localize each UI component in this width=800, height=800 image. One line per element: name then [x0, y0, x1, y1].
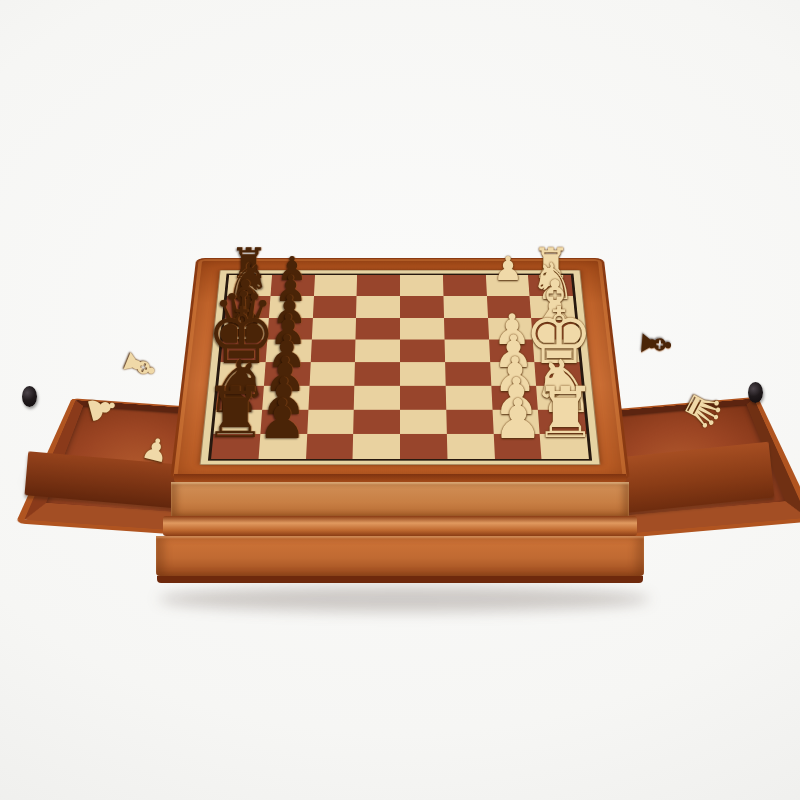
board-square [400, 318, 444, 340]
board-square [354, 386, 400, 410]
board-pinstripe [208, 274, 592, 461]
board-square [400, 275, 443, 296]
board-square [443, 275, 487, 296]
board-square [353, 409, 400, 433]
board-square [447, 434, 495, 459]
board-square [311, 318, 356, 340]
board-square [309, 362, 355, 385]
board-square [265, 340, 311, 363]
board-square [270, 275, 314, 296]
product-photo-scene: ♜♟♟♜♞♟♞♝♟♝♛♟♟♚♟♟♚♟♟♞♟♟♞♜♟♟♜♝♟♟♝♛ [0, 0, 800, 800]
board-square [356, 296, 400, 318]
board-square [223, 318, 269, 340]
chess-board [170, 258, 630, 480]
board-square [444, 318, 489, 340]
board-square [531, 318, 577, 340]
board-square [267, 318, 312, 340]
board-square [445, 362, 491, 385]
box-front-bottom-edge [157, 576, 643, 583]
board-square [314, 275, 358, 296]
box-front-band [171, 482, 629, 516]
box-front-base [156, 536, 644, 576]
board-square [400, 434, 447, 459]
board-square [221, 340, 268, 363]
board-square [307, 409, 354, 433]
chess-box-front [150, 474, 650, 583]
board-square [400, 296, 444, 318]
board-square [486, 296, 531, 318]
board-square [225, 296, 270, 318]
box-shadow [158, 586, 650, 612]
board-square [490, 362, 537, 385]
box-front-molding [163, 516, 637, 536]
board-square [492, 409, 540, 433]
board-square [530, 296, 575, 318]
board-square [533, 340, 580, 363]
board-square [445, 386, 492, 410]
board-square [444, 340, 489, 363]
board-grid [211, 275, 589, 459]
board-square [355, 362, 400, 385]
drawer-piece-bB: ♝ [634, 324, 677, 363]
board-square [211, 434, 260, 459]
board-square [357, 275, 400, 296]
board-square [260, 409, 308, 433]
board-square [536, 386, 584, 410]
board-square [535, 362, 582, 385]
left-drawer-knob-icon [22, 386, 37, 407]
board-margin [200, 270, 601, 465]
board-square [312, 296, 356, 318]
board-square [489, 340, 535, 363]
board-square [355, 340, 400, 363]
board-square [308, 386, 355, 410]
board-square [400, 362, 445, 385]
board-square [400, 409, 447, 433]
board-square [540, 434, 589, 459]
board-square [485, 275, 529, 296]
board-square [493, 434, 541, 459]
board-square [216, 386, 264, 410]
board-square [356, 318, 400, 340]
board-square [443, 296, 487, 318]
board-square [258, 434, 306, 459]
board-square [310, 340, 355, 363]
right-drawer-knob-icon [748, 382, 763, 403]
board-square [264, 362, 311, 385]
board-square [214, 409, 262, 433]
board-square [538, 409, 586, 433]
board-square [491, 386, 538, 410]
board-square [353, 434, 400, 459]
board-square [488, 318, 533, 340]
board-square [446, 409, 493, 433]
board-square [400, 386, 446, 410]
board-square [269, 296, 314, 318]
board-square [262, 386, 309, 410]
board-square [400, 340, 445, 363]
drawer-piece-wB: ♝ [115, 342, 166, 390]
board-square [218, 362, 265, 385]
board-square [528, 275, 573, 296]
box-front-lip [174, 474, 626, 482]
board-square [306, 434, 354, 459]
board-square [227, 275, 272, 296]
